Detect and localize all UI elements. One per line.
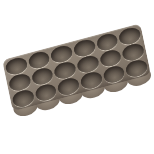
product-image-background [0, 0, 154, 154]
muffin-mold-tray [2, 23, 151, 111]
tray-body [2, 23, 151, 111]
